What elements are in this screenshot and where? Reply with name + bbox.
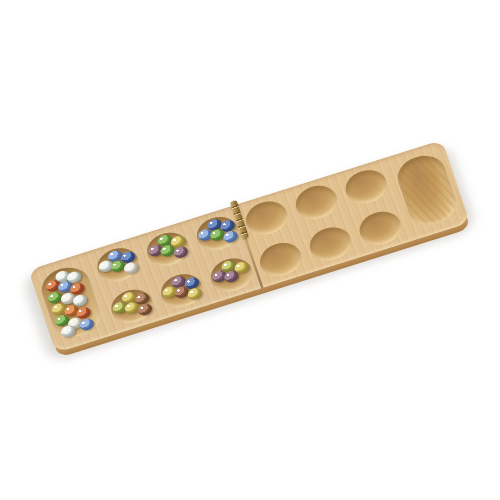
pit-back-2 — [143, 227, 193, 270]
pit-back-4 — [242, 196, 292, 239]
pit-front-5 — [305, 222, 355, 265]
pit-back-5 — [291, 181, 341, 224]
pit-back-1 — [93, 243, 143, 286]
product-photo-stage: top-row L-R: 5 5 5 0 0 0 | bottom-row L-… — [0, 0, 500, 500]
pit-front-2 — [156, 269, 206, 312]
pit-front-3 — [206, 253, 256, 296]
pit-front-4 — [256, 238, 306, 281]
pit-front-6 — [355, 207, 405, 250]
pit-front-1 — [107, 285, 157, 328]
pit-back-6 — [341, 165, 391, 208]
